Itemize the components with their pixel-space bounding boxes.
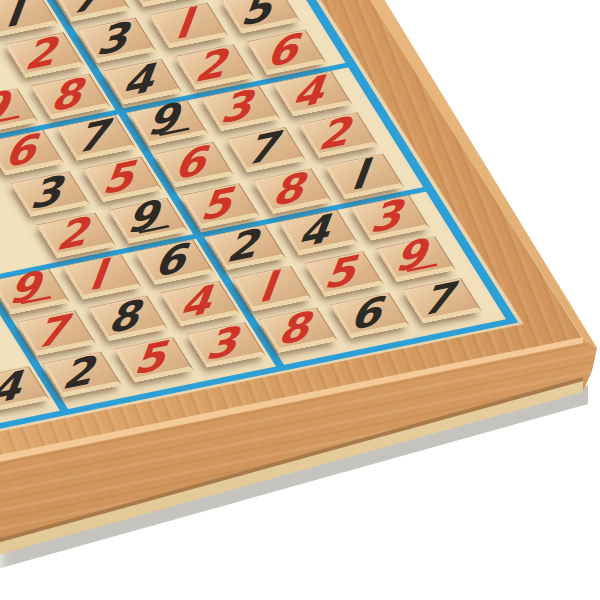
digit-face: 4 bbox=[0, 367, 46, 407]
digit-6: 6 bbox=[263, 27, 309, 74]
digit-2: 2 bbox=[53, 210, 99, 257]
digit-face: l bbox=[151, 4, 225, 44]
digit-8: 8 bbox=[269, 166, 315, 213]
digit-8: 8 bbox=[274, 305, 320, 352]
tile-r9c6-3[interactable]: 3 bbox=[186, 322, 266, 367]
digit-4: 4 bbox=[294, 207, 340, 254]
digit-face: 9 bbox=[111, 199, 185, 239]
digit-face: 3 bbox=[188, 323, 262, 363]
digit-face: 5 bbox=[223, 0, 297, 29]
digit-1: l bbox=[86, 253, 116, 297]
digit-5: 5 bbox=[99, 154, 145, 201]
digit-face: 2 bbox=[39, 214, 113, 254]
digit-6: 6 bbox=[1, 127, 47, 174]
digit-face: 2 bbox=[177, 45, 251, 85]
digit-face: 3 bbox=[13, 172, 87, 212]
digit-2: 2 bbox=[222, 222, 268, 269]
digit-1: l bbox=[348, 153, 378, 197]
digit-6: 6 bbox=[150, 237, 196, 284]
digit-1: l bbox=[256, 265, 286, 309]
digit-7: 7 bbox=[67, 0, 113, 21]
digit-2: 2 bbox=[21, 30, 67, 77]
digit-face: l bbox=[327, 154, 401, 194]
digit-face: 6 bbox=[157, 143, 231, 183]
digit-face: 5 bbox=[85, 157, 159, 197]
digit-6: 6 bbox=[171, 139, 217, 186]
digit-face: 8 bbox=[90, 296, 164, 336]
digit-5: 5 bbox=[197, 181, 243, 228]
digit-7: 7 bbox=[418, 275, 464, 322]
digit-face: 2 bbox=[7, 33, 81, 73]
digit-face: l bbox=[64, 255, 138, 295]
digit-face: 5 bbox=[183, 184, 257, 224]
digit-1: l bbox=[173, 2, 203, 46]
digit-face: 4 bbox=[280, 211, 354, 251]
digit-face: 3 bbox=[203, 86, 277, 126]
digit-2: 2 bbox=[58, 349, 104, 396]
tile-r9c8-6[interactable]: 6 bbox=[330, 293, 410, 338]
digit-3: 3 bbox=[93, 15, 139, 62]
tile-r9c5-5[interactable]: 5 bbox=[114, 337, 194, 382]
digit-4: 4 bbox=[289, 68, 335, 115]
digit-face: 7 bbox=[229, 128, 303, 168]
digit-2: 2 bbox=[315, 110, 361, 157]
digit-face: 6 bbox=[332, 293, 406, 333]
digit-face: 6 bbox=[0, 131, 61, 171]
digit-8: 8 bbox=[47, 71, 93, 118]
digit-face: 6 bbox=[136, 240, 210, 280]
sudoku-board-frame: l7923l59842667934356722958l9l6243784l594… bbox=[0, 0, 584, 501]
digit-9: 9 bbox=[0, 84, 19, 131]
digit-3: 3 bbox=[27, 169, 73, 216]
digit-4: 4 bbox=[119, 56, 165, 103]
digit-5: 5 bbox=[320, 249, 366, 296]
digit-4: 4 bbox=[176, 278, 222, 325]
digit-7: 7 bbox=[73, 113, 119, 160]
digit-7: 7 bbox=[243, 124, 289, 171]
tile-r9c7-8[interactable]: 8 bbox=[258, 307, 338, 352]
digit-face: 2 bbox=[208, 225, 282, 265]
digit-face: l bbox=[0, 0, 55, 32]
digit-face: l bbox=[234, 267, 308, 307]
digit-face: 8 bbox=[33, 75, 107, 115]
digit-face: 9 bbox=[0, 270, 66, 310]
digit-3: 3 bbox=[366, 192, 412, 239]
digit-face: 7 bbox=[59, 116, 133, 156]
digit-7: 7 bbox=[32, 308, 78, 355]
digit-face: 3 bbox=[352, 196, 426, 236]
digit-face: 5 bbox=[306, 252, 380, 292]
sudoku-photo-scene: l7923l59842667934356722958l9l6243784l594… bbox=[0, 0, 600, 600]
digit-face: 7 bbox=[18, 311, 92, 351]
digit-5: 5 bbox=[237, 0, 283, 33]
digit-face: 2 bbox=[301, 113, 375, 153]
digit-face: 2 bbox=[44, 352, 118, 392]
digit-face: 8 bbox=[260, 308, 334, 348]
digit-face: 7 bbox=[53, 0, 127, 17]
digit-6: 6 bbox=[346, 290, 392, 337]
digit-3: 3 bbox=[217, 83, 263, 130]
digit-face: 9 bbox=[378, 237, 452, 277]
tile-r9c9-7[interactable]: 7 bbox=[402, 278, 482, 323]
digit-3: 3 bbox=[202, 320, 248, 367]
digit-1: l bbox=[3, 0, 33, 34]
digit-face: 4 bbox=[105, 60, 179, 100]
digit-2: 2 bbox=[191, 42, 237, 89]
digit-face: 8 bbox=[255, 169, 329, 209]
digit-face: 3 bbox=[79, 18, 153, 58]
digit-face: 7 bbox=[404, 279, 478, 319]
tile-r9c4-2[interactable]: 2 bbox=[42, 352, 122, 397]
digit-4: 4 bbox=[0, 364, 32, 411]
digit-9: 9 bbox=[137, 0, 183, 4]
digit-face: 4 bbox=[275, 72, 349, 112]
digit-face: 6 bbox=[249, 30, 323, 70]
digit-8: 8 bbox=[104, 293, 150, 340]
digit-face: 9 bbox=[131, 101, 205, 141]
digit-5: 5 bbox=[130, 334, 176, 381]
digit-face: 5 bbox=[116, 338, 190, 378]
digit-face: 4 bbox=[162, 282, 236, 322]
